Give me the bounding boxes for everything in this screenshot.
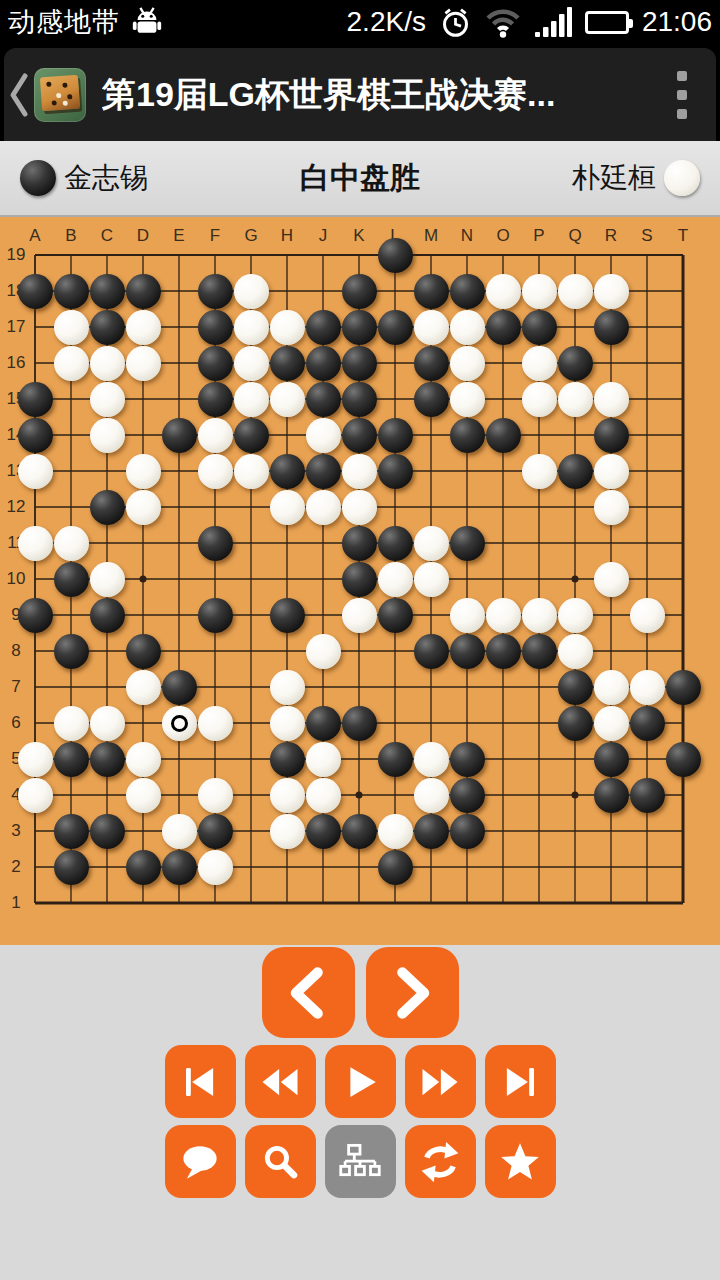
go-to-start-button[interactable] <box>165 1045 236 1118</box>
black-stone <box>630 706 665 741</box>
white-stone <box>342 598 377 633</box>
white-stone <box>378 814 413 849</box>
white-stone <box>270 706 305 741</box>
column-label-G: G <box>239 226 263 246</box>
black-stone <box>90 274 125 309</box>
black-stone <box>522 310 557 345</box>
chevron-right-icon <box>383 964 441 1022</box>
playback-controls <box>0 945 720 1280</box>
player-result-bar: 白中盘胜 金志锡 朴廷桓 <box>0 141 720 217</box>
favorite-button[interactable] <box>485 1125 556 1198</box>
row-label-7: 7 <box>2 677 30 697</box>
black-stone <box>198 346 233 381</box>
black-stone <box>90 742 125 777</box>
white-stone <box>558 382 593 417</box>
speech-bubble-icon <box>179 1141 221 1183</box>
white-stone <box>18 778 53 813</box>
white-stone <box>486 274 521 309</box>
white-stone <box>126 454 161 489</box>
black-stone <box>378 850 413 885</box>
alarm-clock-icon <box>439 6 472 39</box>
black-stone <box>198 310 233 345</box>
battery-icon <box>585 11 629 34</box>
white-stone <box>594 382 629 417</box>
column-label-T: T <box>671 226 695 246</box>
white-stone <box>450 346 485 381</box>
go-board[interactable]: ABCDEFGHJKLMNOPQRST191817161514131211109… <box>0 217 720 945</box>
white-stone <box>486 598 521 633</box>
white-stone <box>450 310 485 345</box>
row-label-3: 3 <box>2 821 30 841</box>
white-stone <box>198 418 233 453</box>
black-stone <box>594 310 629 345</box>
black-stone <box>198 526 233 561</box>
star-icon <box>499 1141 541 1183</box>
row-label-16: 16 <box>2 353 30 373</box>
column-label-J: J <box>311 226 335 246</box>
black-stone <box>486 310 521 345</box>
black-stone <box>54 742 89 777</box>
overflow-menu-icon <box>677 71 687 81</box>
white-stone <box>198 706 233 741</box>
chevron-left-icon <box>279 964 337 1022</box>
white-stone <box>270 490 305 525</box>
white-stone <box>522 598 557 633</box>
white-stone <box>198 778 233 813</box>
column-label-Q: Q <box>563 226 587 246</box>
comments-button[interactable] <box>165 1125 236 1198</box>
black-stone <box>90 310 125 345</box>
black-stone <box>162 670 197 705</box>
white-stone <box>18 454 53 489</box>
black-stone <box>54 274 89 309</box>
black-stone <box>306 454 341 489</box>
white-stone <box>522 346 557 381</box>
white-stone <box>234 346 269 381</box>
column-label-R: R <box>599 226 623 246</box>
black-stone <box>270 598 305 633</box>
black-stone <box>162 418 197 453</box>
white-stone <box>594 490 629 525</box>
page-title: 第19届LG杯世界棋王战决赛... <box>102 72 555 118</box>
variation-tree-button[interactable] <box>325 1125 396 1198</box>
refresh-button[interactable] <box>405 1125 476 1198</box>
black-stone <box>558 346 593 381</box>
black-stone <box>594 778 629 813</box>
white-stone <box>126 490 161 525</box>
signal-bars-icon <box>534 6 572 38</box>
row-label-2: 2 <box>2 857 30 877</box>
carrier-label: 动感地带 <box>8 4 120 40</box>
white-player-name: 朴廷桓 <box>572 159 656 197</box>
white-stone <box>90 562 125 597</box>
black-stone <box>450 418 485 453</box>
white-stone <box>270 814 305 849</box>
play-button[interactable] <box>325 1045 396 1118</box>
black-stone <box>558 454 593 489</box>
black-stone <box>414 634 449 669</box>
black-stone <box>666 670 701 705</box>
black-stone <box>414 382 449 417</box>
rewind-button[interactable] <box>245 1045 316 1118</box>
white-stone <box>522 454 557 489</box>
black-stone <box>270 742 305 777</box>
white-stone <box>18 742 53 777</box>
white-stone <box>414 562 449 597</box>
black-stone <box>270 454 305 489</box>
black-player-name: 金志锡 <box>64 159 148 197</box>
white-stone <box>270 670 305 705</box>
go-board-app-icon <box>34 68 86 122</box>
black-stone <box>486 634 521 669</box>
black-stone <box>522 634 557 669</box>
white-stone <box>162 814 197 849</box>
black-stone <box>306 346 341 381</box>
column-label-M: M <box>419 226 443 246</box>
white-stone <box>306 742 341 777</box>
black-stone <box>198 598 233 633</box>
black-stone <box>378 742 413 777</box>
black-stone <box>594 418 629 453</box>
tree-icon <box>339 1141 381 1183</box>
back-button[interactable] <box>4 65 34 125</box>
white-stone <box>162 706 197 741</box>
skip-end-icon <box>499 1061 541 1103</box>
controls-row-2 <box>0 1045 720 1118</box>
white-stone <box>90 706 125 741</box>
white-stone <box>594 454 629 489</box>
black-stone <box>18 418 53 453</box>
black-stone <box>378 238 413 273</box>
white-stone <box>342 454 377 489</box>
white-stone <box>306 490 341 525</box>
black-stone <box>342 274 377 309</box>
black-stone <box>126 850 161 885</box>
column-label-A: A <box>23 226 47 246</box>
white-stone <box>126 670 161 705</box>
column-label-C: C <box>95 226 119 246</box>
black-stone <box>198 814 233 849</box>
column-label-E: E <box>167 226 191 246</box>
screen: 动感地带 2.2K/s <box>0 0 720 1280</box>
white-stone <box>414 310 449 345</box>
black-stone <box>378 598 413 633</box>
black-stone <box>54 850 89 885</box>
play-icon <box>339 1061 381 1103</box>
black-stone <box>630 778 665 813</box>
black-stone <box>486 418 521 453</box>
app-bar: 第19届LG杯世界棋王战决赛... <box>4 48 716 141</box>
white-stone <box>450 382 485 417</box>
black-stone <box>126 274 161 309</box>
white-stone <box>270 310 305 345</box>
black-stone <box>558 670 593 705</box>
controls-row-1 <box>0 947 720 1038</box>
black-stone <box>450 274 485 309</box>
white-stone <box>234 382 269 417</box>
white-stone <box>270 778 305 813</box>
black-stone <box>54 634 89 669</box>
white-player-stone-icon <box>664 160 700 196</box>
row-label-8: 8 <box>2 641 30 661</box>
black-stone <box>162 850 197 885</box>
black-stone <box>450 814 485 849</box>
black-stone <box>378 454 413 489</box>
row-label-12: 12 <box>2 497 30 517</box>
fast-forward-button[interactable] <box>405 1045 476 1118</box>
go-to-end-button[interactable] <box>485 1045 556 1118</box>
white-stone <box>126 310 161 345</box>
black-stone <box>342 562 377 597</box>
white-stone <box>522 274 557 309</box>
black-stone <box>414 346 449 381</box>
controls-row-3 <box>0 1125 720 1198</box>
black-stone <box>414 814 449 849</box>
last-move-marker <box>171 715 188 732</box>
white-stone <box>594 706 629 741</box>
black-stone <box>90 814 125 849</box>
next-move-button[interactable] <box>366 947 459 1038</box>
white-stone <box>54 526 89 561</box>
black-stone <box>18 598 53 633</box>
white-stone <box>306 634 341 669</box>
prev-move-button[interactable] <box>262 947 355 1038</box>
black-stone <box>342 346 377 381</box>
status-bar: 动感地带 2.2K/s <box>0 0 720 44</box>
white-stone <box>90 346 125 381</box>
black-stone <box>378 526 413 561</box>
column-label-H: H <box>275 226 299 246</box>
black-stone <box>378 310 413 345</box>
black-stone <box>306 310 341 345</box>
white-stone <box>126 742 161 777</box>
white-stone <box>198 454 233 489</box>
white-stone <box>306 418 341 453</box>
column-label-O: O <box>491 226 515 246</box>
app-bar-wrap: 第19届LG杯世界棋王战决赛... <box>0 44 720 141</box>
black-stone <box>54 562 89 597</box>
black-stone <box>450 742 485 777</box>
row-label-10: 10 <box>2 569 30 589</box>
white-stone <box>126 346 161 381</box>
clock-label: 21:06 <box>642 6 712 38</box>
black-stone <box>450 778 485 813</box>
black-stone <box>18 382 53 417</box>
white-stone <box>630 670 665 705</box>
black-stone <box>54 814 89 849</box>
black-stone <box>558 706 593 741</box>
white-stone <box>270 382 305 417</box>
white-stone <box>234 274 269 309</box>
white-stone <box>54 346 89 381</box>
search-button[interactable] <box>245 1125 316 1198</box>
white-stone <box>306 778 341 813</box>
column-label-S: S <box>635 226 659 246</box>
white-stone <box>450 598 485 633</box>
black-player-stone-icon <box>20 160 56 196</box>
rewind-icon <box>259 1061 301 1103</box>
white-stone <box>558 274 593 309</box>
white-stone <box>234 454 269 489</box>
white-stone <box>522 382 557 417</box>
black-stone <box>90 598 125 633</box>
white-stone <box>198 850 233 885</box>
refresh-icon <box>419 1141 461 1183</box>
column-label-F: F <box>203 226 227 246</box>
black-stone <box>342 310 377 345</box>
black-stone <box>342 382 377 417</box>
black-stone <box>234 418 269 453</box>
white-stone <box>234 310 269 345</box>
white-stone <box>594 670 629 705</box>
column-label-K: K <box>347 226 371 246</box>
column-label-N: N <box>455 226 479 246</box>
black-stone <box>90 490 125 525</box>
black-stone <box>306 706 341 741</box>
white-stone <box>90 382 125 417</box>
white-stone <box>558 634 593 669</box>
magnifier-icon <box>259 1141 301 1183</box>
white-stone <box>90 418 125 453</box>
white-stone <box>414 742 449 777</box>
black-stone <box>306 814 341 849</box>
black-stone <box>342 526 377 561</box>
row-label-1: 1 <box>2 893 30 913</box>
black-stone <box>126 634 161 669</box>
white-stone <box>558 598 593 633</box>
column-label-P: P <box>527 226 551 246</box>
white-stone <box>54 310 89 345</box>
row-label-6: 6 <box>2 713 30 733</box>
row-label-19: 19 <box>2 245 30 265</box>
white-stone <box>18 526 53 561</box>
black-stone <box>342 814 377 849</box>
white-stone <box>126 778 161 813</box>
black-stone <box>414 274 449 309</box>
network-speed: 2.2K/s <box>347 6 426 38</box>
black-stone <box>342 706 377 741</box>
black-stone <box>342 418 377 453</box>
overflow-menu-button[interactable] <box>662 60 702 130</box>
white-stone <box>378 562 413 597</box>
black-stone <box>198 274 233 309</box>
black-stone <box>198 382 233 417</box>
black-stone <box>306 382 341 417</box>
black-stone <box>666 742 701 777</box>
white-stone <box>414 526 449 561</box>
white-stone <box>54 706 89 741</box>
row-label-17: 17 <box>2 317 30 337</box>
column-label-B: B <box>59 226 83 246</box>
black-stone <box>450 526 485 561</box>
skip-start-icon <box>179 1061 221 1103</box>
black-stone <box>270 346 305 381</box>
white-stone <box>414 778 449 813</box>
white-stone <box>594 562 629 597</box>
black-stone <box>18 274 53 309</box>
black-stone <box>594 742 629 777</box>
white-stone <box>630 598 665 633</box>
fast-forward-icon <box>419 1061 461 1103</box>
white-stone <box>594 274 629 309</box>
black-stone <box>450 634 485 669</box>
android-robot-icon <box>130 5 164 39</box>
wifi-icon <box>485 6 521 39</box>
white-stone <box>342 490 377 525</box>
black-stone <box>378 418 413 453</box>
back-chevron-icon <box>8 72 30 118</box>
column-label-D: D <box>131 226 155 246</box>
